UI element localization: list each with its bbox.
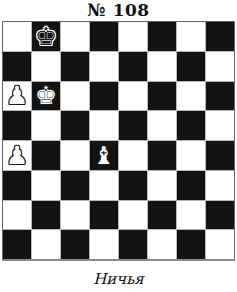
square-e4: [119, 141, 147, 170]
square-b3: [32, 171, 60, 200]
square-h1: [206, 230, 234, 259]
square-e5: [119, 111, 147, 140]
square-b4: [32, 141, 60, 170]
square-f6: [148, 82, 176, 111]
square-h2: [206, 201, 234, 230]
white-pawn: ♟: [6, 83, 28, 108]
square-f5: [148, 111, 176, 140]
square-a3: [3, 171, 31, 200]
square-d7: [90, 52, 118, 81]
square-c1: [61, 230, 89, 259]
chess-diagram-page: № 108 ♚♟♚♟♝ Ничья: [0, 0, 237, 292]
square-h5: [206, 111, 234, 140]
square-d8: [90, 22, 118, 51]
square-e8: [119, 22, 147, 51]
square-h3: [206, 171, 234, 200]
square-g7: [177, 52, 205, 81]
diagram-caption: Ничья: [0, 270, 237, 288]
square-d6: [90, 82, 118, 111]
square-g5: [177, 111, 205, 140]
square-a8: [3, 22, 31, 51]
square-a1: [3, 230, 31, 259]
square-c3: [61, 171, 89, 200]
square-a4: ♟: [3, 141, 31, 170]
square-g3: [177, 171, 205, 200]
square-e1: [119, 230, 147, 259]
square-c7: [61, 52, 89, 81]
square-g1: [177, 230, 205, 259]
square-c5: [61, 111, 89, 140]
square-d4: ♝: [90, 141, 118, 170]
square-g4: [177, 141, 205, 170]
square-f3: [148, 171, 176, 200]
square-h8: [206, 22, 234, 51]
square-a2: [3, 201, 31, 230]
square-d5: [90, 111, 118, 140]
square-f8: [148, 22, 176, 51]
square-g2: [177, 201, 205, 230]
square-h7: [206, 52, 234, 81]
square-f4: [148, 141, 176, 170]
square-c6: [61, 82, 89, 111]
square-a7: [3, 52, 31, 81]
square-f2: [148, 201, 176, 230]
square-d2: [90, 201, 118, 230]
square-a5: [3, 111, 31, 140]
square-e7: [119, 52, 147, 81]
square-b5: [32, 111, 60, 140]
square-g8: [177, 22, 205, 51]
square-a6: ♟: [3, 82, 31, 111]
square-g6: [177, 82, 205, 111]
puzzle-number-title: № 108: [0, 0, 237, 20]
square-e3: [119, 171, 147, 200]
white-pawn: ♟: [6, 143, 28, 168]
square-d1: [90, 230, 118, 259]
square-e2: [119, 201, 147, 230]
square-c4: [61, 141, 89, 170]
square-b1: [32, 230, 60, 259]
square-b2: [32, 201, 60, 230]
square-b6: ♚: [32, 82, 60, 111]
square-c8: [61, 22, 89, 51]
square-b7: [32, 52, 60, 81]
chess-board: ♚♟♚♟♝: [2, 21, 235, 261]
square-c2: [61, 201, 89, 230]
square-h6: [206, 82, 234, 111]
square-h4: [206, 141, 234, 170]
black-king: ♚: [35, 24, 57, 49]
square-e6: [119, 82, 147, 111]
white-king: ♚: [35, 83, 57, 108]
square-b8: ♚: [32, 22, 60, 51]
square-f7: [148, 52, 176, 81]
square-d3: [90, 171, 118, 200]
white-bishop: ♝: [93, 143, 115, 168]
square-f1: [148, 230, 176, 259]
